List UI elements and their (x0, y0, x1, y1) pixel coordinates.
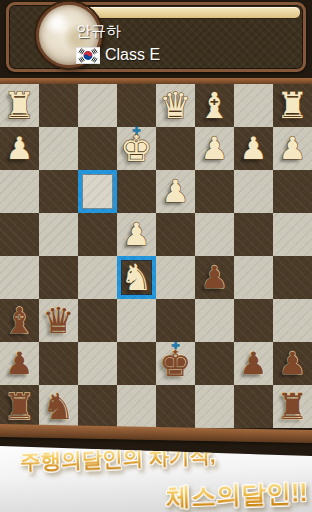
square-a7[interactable]: ♟ (0, 127, 39, 170)
square-f3[interactable] (195, 299, 234, 342)
square-g8[interactable] (234, 84, 273, 127)
square-b1[interactable]: ♞ (39, 385, 78, 428)
square-g7[interactable]: ♟ (234, 127, 273, 170)
white-rook[interactable]: ♜ (3, 88, 35, 124)
square-b6[interactable] (39, 170, 78, 213)
square-c4[interactable] (78, 256, 117, 299)
square-b4[interactable] (39, 256, 78, 299)
white-rook[interactable]: ♜ (276, 88, 308, 124)
square-f1[interactable] (195, 385, 234, 428)
white-pawn[interactable]: ♟ (162, 176, 190, 207)
square-h8[interactable]: ♜ (273, 84, 312, 127)
king-cross-icon: ✚ (132, 126, 140, 136)
square-h4[interactable] (273, 256, 312, 299)
white-pawn[interactable]: ♟ (240, 133, 268, 164)
square-d1[interactable] (117, 385, 156, 428)
square-h2[interactable]: ♟ (273, 342, 312, 385)
promo-banner: 주행의달인의 차기작, 체스의달인!! (0, 437, 312, 512)
square-g3[interactable] (234, 299, 273, 342)
white-pawn[interactable]: ♟ (6, 133, 34, 164)
player-name: 안규하 (76, 22, 121, 41)
square-c6[interactable] (78, 170, 117, 213)
square-f6[interactable] (195, 170, 234, 213)
black-pawn[interactable]: ♟ (240, 348, 268, 379)
black-pawn[interactable]: ♟ (6, 348, 34, 379)
square-a5[interactable] (0, 213, 39, 256)
chess-board: ♜♛♝♜♟♚✚♟♟♟♟♟♞♟♝♛♟♚✚♟♟♜♞♜ (0, 84, 312, 428)
white-pawn[interactable]: ♟ (279, 133, 307, 164)
white-knight[interactable]: ♞ (120, 260, 152, 296)
black-bishop[interactable]: ♝ (3, 303, 35, 339)
square-e7[interactable] (156, 127, 195, 170)
white-king[interactable]: ♚✚ (120, 131, 152, 167)
square-e4[interactable] (156, 256, 195, 299)
square-a8[interactable]: ♜ (0, 84, 39, 127)
square-e5[interactable] (156, 213, 195, 256)
square-b3[interactable]: ♛ (39, 299, 78, 342)
square-g2[interactable]: ♟ (234, 342, 273, 385)
square-d8[interactable] (117, 84, 156, 127)
square-e6[interactable]: ♟ (156, 170, 195, 213)
square-a3[interactable]: ♝ (0, 299, 39, 342)
square-c2[interactable] (78, 342, 117, 385)
square-e3[interactable] (156, 299, 195, 342)
south-korea-flag-icon (76, 47, 100, 64)
black-pawn[interactable]: ♟ (201, 262, 229, 293)
square-f4[interactable]: ♟ (195, 256, 234, 299)
square-f5[interactable] (195, 213, 234, 256)
square-h7[interactable]: ♟ (273, 127, 312, 170)
square-a4[interactable] (0, 256, 39, 299)
square-c8[interactable] (78, 84, 117, 127)
square-h5[interactable] (273, 213, 312, 256)
square-f7[interactable]: ♟ (195, 127, 234, 170)
square-d2[interactable] (117, 342, 156, 385)
square-b2[interactable] (39, 342, 78, 385)
square-g5[interactable] (234, 213, 273, 256)
player-class-label: Class E (105, 46, 160, 64)
white-pawn[interactable]: ♟ (123, 219, 151, 250)
white-pawn[interactable]: ♟ (201, 133, 229, 164)
black-rook[interactable]: ♜ (3, 389, 35, 425)
square-f8[interactable]: ♝ (195, 84, 234, 127)
square-h1[interactable]: ♜ (273, 385, 312, 428)
black-knight[interactable]: ♞ (42, 389, 74, 425)
square-b8[interactable] (39, 84, 78, 127)
square-c7[interactable] (78, 127, 117, 170)
white-queen[interactable]: ♛ (159, 88, 191, 124)
square-c3[interactable] (78, 299, 117, 342)
white-bishop[interactable]: ♝ (198, 88, 230, 124)
square-b7[interactable] (39, 127, 78, 170)
square-g4[interactable] (234, 256, 273, 299)
player-class-row: Class E (76, 46, 160, 64)
app-screen: 안규하 Class E (0, 0, 312, 512)
king-cross-icon: ✚ (171, 341, 179, 351)
black-queen[interactable]: ♛ (42, 303, 74, 339)
black-rook[interactable]: ♜ (276, 389, 308, 425)
opponent-panel: 안규하 Class E (6, 2, 306, 72)
square-d3[interactable] (117, 299, 156, 342)
promo-tagline: 주행의달인의 차기작, (20, 441, 216, 476)
square-c5[interactable] (78, 213, 117, 256)
square-d6[interactable] (117, 170, 156, 213)
square-e8[interactable]: ♛ (156, 84, 195, 127)
square-g6[interactable] (234, 170, 273, 213)
square-d7[interactable]: ♚✚ (117, 127, 156, 170)
square-a1[interactable]: ♜ (0, 385, 39, 428)
square-g1[interactable] (234, 385, 273, 428)
square-h3[interactable] (273, 299, 312, 342)
square-d5[interactable]: ♟ (117, 213, 156, 256)
square-a6[interactable] (0, 170, 39, 213)
square-h6[interactable] (273, 170, 312, 213)
square-b5[interactable] (39, 213, 78, 256)
black-pawn[interactable]: ♟ (279, 348, 307, 379)
square-f2[interactable] (195, 342, 234, 385)
square-e1[interactable] (156, 385, 195, 428)
square-d4[interactable]: ♞ (117, 256, 156, 299)
square-c1[interactable] (78, 385, 117, 428)
promo-title: 체스의달인!! (166, 476, 309, 512)
black-king[interactable]: ♚✚ (159, 346, 191, 382)
square-a2[interactable]: ♟ (0, 342, 39, 385)
square-e2[interactable]: ♚✚ (156, 342, 195, 385)
